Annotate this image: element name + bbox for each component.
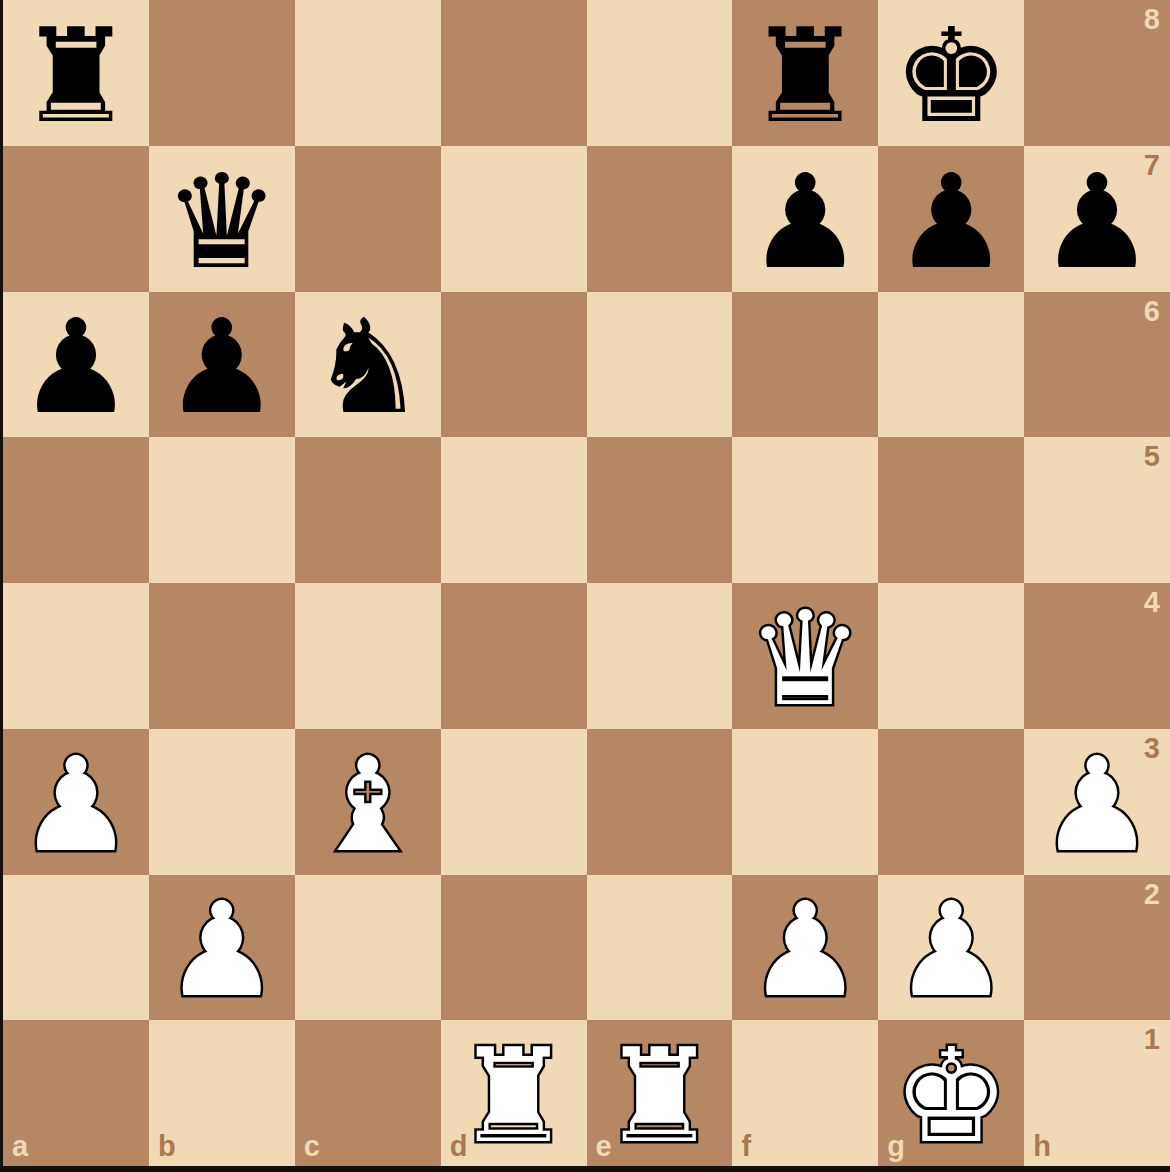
board-frame: ♜♜♚8♛♟♟7♟♟♟♞65♛4♟♝3♟♟♟♟2abcd♜e♜fg♚h1: [0, 0, 1170, 1172]
square-h6[interactable]: 6: [1024, 292, 1170, 438]
black-rook[interactable]: ♜: [18, 11, 135, 141]
square-e5[interactable]: [587, 437, 733, 583]
rank-label-2: 2: [1144, 880, 1160, 909]
square-d1[interactable]: d♜: [441, 1020, 587, 1166]
white-pawn[interactable]: ♟: [164, 885, 281, 1015]
square-a5[interactable]: [3, 437, 149, 583]
square-e4[interactable]: [587, 583, 733, 729]
square-b3[interactable]: [149, 729, 295, 875]
square-e2[interactable]: [587, 875, 733, 1021]
rank-label-5: 5: [1144, 442, 1160, 471]
square-d2[interactable]: [441, 875, 587, 1021]
square-a3[interactable]: ♟: [3, 729, 149, 875]
black-pawn[interactable]: ♟: [747, 157, 864, 287]
white-rook[interactable]: ♜: [455, 1031, 572, 1161]
square-e1[interactable]: e♜: [587, 1020, 733, 1166]
black-pawn[interactable]: ♟: [1039, 157, 1156, 287]
chess-board: ♜♜♚8♛♟♟7♟♟♟♞65♛4♟♝3♟♟♟♟2abcd♜e♜fg♚h1: [3, 0, 1170, 1166]
square-b6[interactable]: ♟: [149, 292, 295, 438]
square-f7[interactable]: ♟: [732, 146, 878, 292]
square-d7[interactable]: [441, 146, 587, 292]
black-queen[interactable]: ♛: [164, 157, 281, 287]
rank-label-1: 1: [1144, 1025, 1160, 1054]
square-c8[interactable]: [295, 0, 441, 146]
square-g3[interactable]: [878, 729, 1024, 875]
square-c2[interactable]: [295, 875, 441, 1021]
square-f3[interactable]: [732, 729, 878, 875]
square-g2[interactable]: ♟: [878, 875, 1024, 1021]
white-queen[interactable]: ♛: [747, 594, 864, 724]
square-g1[interactable]: g♚: [878, 1020, 1024, 1166]
white-pawn[interactable]: ♟: [1039, 740, 1156, 870]
square-h8[interactable]: 8: [1024, 0, 1170, 146]
square-c3[interactable]: ♝: [295, 729, 441, 875]
black-king[interactable]: ♚: [893, 11, 1010, 141]
square-c5[interactable]: [295, 437, 441, 583]
file-label-a: a: [12, 1132, 28, 1161]
rank-label-8: 8: [1144, 5, 1160, 34]
square-b2[interactable]: ♟: [149, 875, 295, 1021]
square-g4[interactable]: [878, 583, 1024, 729]
black-pawn[interactable]: ♟: [18, 302, 135, 432]
square-g6[interactable]: [878, 292, 1024, 438]
square-g5[interactable]: [878, 437, 1024, 583]
square-a7[interactable]: [3, 146, 149, 292]
square-d4[interactable]: [441, 583, 587, 729]
square-d5[interactable]: [441, 437, 587, 583]
square-e6[interactable]: [587, 292, 733, 438]
square-e8[interactable]: [587, 0, 733, 146]
square-a2[interactable]: [3, 875, 149, 1021]
square-f2[interactable]: ♟: [732, 875, 878, 1021]
square-d6[interactable]: [441, 292, 587, 438]
square-g8[interactable]: ♚: [878, 0, 1024, 146]
file-label-f: f: [741, 1132, 751, 1161]
square-b5[interactable]: [149, 437, 295, 583]
square-b8[interactable]: [149, 0, 295, 146]
square-d3[interactable]: [441, 729, 587, 875]
square-a4[interactable]: [3, 583, 149, 729]
square-a8[interactable]: ♜: [3, 0, 149, 146]
white-king[interactable]: ♚: [893, 1031, 1010, 1161]
black-rook[interactable]: ♜: [747, 11, 864, 141]
square-f8[interactable]: ♜: [732, 0, 878, 146]
square-h3[interactable]: 3♟: [1024, 729, 1170, 875]
square-e3[interactable]: [587, 729, 733, 875]
square-h7[interactable]: 7♟: [1024, 146, 1170, 292]
white-bishop[interactable]: ♝: [309, 740, 426, 870]
square-f4[interactable]: ♛: [732, 583, 878, 729]
square-h5[interactable]: 5: [1024, 437, 1170, 583]
white-rook[interactable]: ♜: [601, 1031, 718, 1161]
white-pawn[interactable]: ♟: [18, 740, 135, 870]
square-c6[interactable]: ♞: [295, 292, 441, 438]
black-knight[interactable]: ♞: [309, 302, 426, 432]
square-h1[interactable]: h1: [1024, 1020, 1170, 1166]
white-pawn[interactable]: ♟: [893, 885, 1010, 1015]
file-label-b: b: [158, 1132, 176, 1161]
square-f6[interactable]: [732, 292, 878, 438]
black-pawn[interactable]: ♟: [164, 302, 281, 432]
square-e7[interactable]: [587, 146, 733, 292]
square-a1[interactable]: a: [3, 1020, 149, 1166]
square-c4[interactable]: [295, 583, 441, 729]
square-h4[interactable]: 4: [1024, 583, 1170, 729]
rank-label-6: 6: [1144, 297, 1160, 326]
square-d8[interactable]: [441, 0, 587, 146]
square-b1[interactable]: b: [149, 1020, 295, 1166]
file-label-h: h: [1033, 1132, 1051, 1161]
square-f1[interactable]: f: [732, 1020, 878, 1166]
black-pawn[interactable]: ♟: [893, 157, 1010, 287]
square-c1[interactable]: c: [295, 1020, 441, 1166]
rank-label-4: 4: [1144, 588, 1160, 617]
square-b7[interactable]: ♛: [149, 146, 295, 292]
square-b4[interactable]: [149, 583, 295, 729]
file-label-c: c: [304, 1132, 320, 1161]
white-pawn[interactable]: ♟: [747, 885, 864, 1015]
square-c7[interactable]: [295, 146, 441, 292]
square-a6[interactable]: ♟: [3, 292, 149, 438]
square-h2[interactable]: 2: [1024, 875, 1170, 1021]
square-f5[interactable]: [732, 437, 878, 583]
square-g7[interactable]: ♟: [878, 146, 1024, 292]
